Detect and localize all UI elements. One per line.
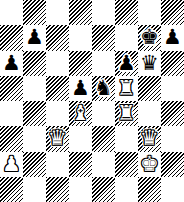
- piece-black-pawn[interactable]: ♟: [25, 27, 44, 48]
- square-h2[interactable]: [161, 152, 184, 177]
- square-g6[interactable]: ♛: [138, 51, 161, 76]
- square-a2[interactable]: ♟: [0, 152, 23, 177]
- square-c4[interactable]: [46, 101, 69, 126]
- square-h6[interactable]: [161, 51, 184, 76]
- square-g1[interactable]: [138, 177, 161, 202]
- square-a6[interactable]: ♟: [0, 51, 23, 76]
- square-d1[interactable]: [69, 177, 92, 202]
- square-d6[interactable]: [69, 51, 92, 76]
- piece-white-rook[interactable]: ♜: [117, 103, 136, 124]
- square-c5[interactable]: [46, 76, 69, 101]
- square-h3[interactable]: [161, 126, 184, 151]
- square-b4[interactable]: [23, 101, 46, 126]
- piece-black-king[interactable]: ♚: [140, 27, 159, 48]
- square-d5[interactable]: ♟: [69, 76, 92, 101]
- square-c2[interactable]: [46, 152, 69, 177]
- square-h4[interactable]: [161, 101, 184, 126]
- piece-white-king[interactable]: ♚: [140, 154, 159, 175]
- square-g2[interactable]: ♚: [138, 152, 161, 177]
- piece-black-knight[interactable]: ♞: [94, 78, 113, 99]
- chess-board: ♟♚♟♟♟♛♟♞♜♝♜♛♛♟♚: [0, 0, 184, 202]
- piece-black-queen[interactable]: ♛: [140, 53, 159, 74]
- piece-black-pawn[interactable]: ♟: [163, 27, 182, 48]
- square-f2[interactable]: [115, 152, 138, 177]
- square-a3[interactable]: [0, 126, 23, 151]
- square-g5[interactable]: [138, 76, 161, 101]
- square-c8[interactable]: [46, 0, 69, 25]
- square-b6[interactable]: [23, 51, 46, 76]
- square-c1[interactable]: [46, 177, 69, 202]
- square-g3[interactable]: ♛: [138, 126, 161, 151]
- piece-black-pawn[interactable]: ♟: [117, 53, 136, 74]
- square-e2[interactable]: [92, 152, 115, 177]
- square-b7[interactable]: ♟: [23, 25, 46, 50]
- square-f3[interactable]: [115, 126, 138, 151]
- square-c7[interactable]: [46, 25, 69, 50]
- square-f7[interactable]: [115, 25, 138, 50]
- square-g7[interactable]: ♚: [138, 25, 161, 50]
- square-e4[interactable]: [92, 101, 115, 126]
- square-b8[interactable]: [23, 0, 46, 25]
- square-f1[interactable]: [115, 177, 138, 202]
- square-h1[interactable]: [161, 177, 184, 202]
- square-c3[interactable]: ♛: [46, 126, 69, 151]
- square-g8[interactable]: [138, 0, 161, 25]
- square-a7[interactable]: [0, 25, 23, 50]
- square-a8[interactable]: [0, 0, 23, 25]
- piece-black-pawn[interactable]: ♟: [2, 53, 21, 74]
- piece-white-queen[interactable]: ♛: [140, 128, 159, 149]
- square-f8[interactable]: [115, 0, 138, 25]
- square-h5[interactable]: [161, 76, 184, 101]
- square-e7[interactable]: [92, 25, 115, 50]
- piece-white-rook[interactable]: ♜: [117, 78, 136, 99]
- square-e5[interactable]: ♞: [92, 76, 115, 101]
- square-e6[interactable]: [92, 51, 115, 76]
- square-a4[interactable]: [0, 101, 23, 126]
- piece-black-pawn[interactable]: ♟: [71, 78, 90, 99]
- square-d4[interactable]: ♝: [69, 101, 92, 126]
- square-d8[interactable]: [69, 0, 92, 25]
- square-g4[interactable]: [138, 101, 161, 126]
- square-c6[interactable]: [46, 51, 69, 76]
- square-b3[interactable]: [23, 126, 46, 151]
- square-a5[interactable]: [0, 76, 23, 101]
- square-d2[interactable]: [69, 152, 92, 177]
- square-a1[interactable]: [0, 177, 23, 202]
- square-e3[interactable]: [92, 126, 115, 151]
- square-e1[interactable]: [92, 177, 115, 202]
- square-e8[interactable]: [92, 0, 115, 25]
- square-b1[interactable]: [23, 177, 46, 202]
- piece-white-queen[interactable]: ♛: [48, 128, 67, 149]
- square-h7[interactable]: ♟: [161, 25, 184, 50]
- square-d3[interactable]: [69, 126, 92, 151]
- piece-white-pawn[interactable]: ♟: [2, 154, 21, 175]
- square-f5[interactable]: ♜: [115, 76, 138, 101]
- square-b5[interactable]: [23, 76, 46, 101]
- square-f6[interactable]: ♟: [115, 51, 138, 76]
- square-f4[interactable]: ♜: [115, 101, 138, 126]
- piece-white-bishop[interactable]: ♝: [71, 103, 90, 124]
- square-d7[interactable]: [69, 25, 92, 50]
- square-b2[interactable]: [23, 152, 46, 177]
- square-h8[interactable]: [161, 0, 184, 25]
